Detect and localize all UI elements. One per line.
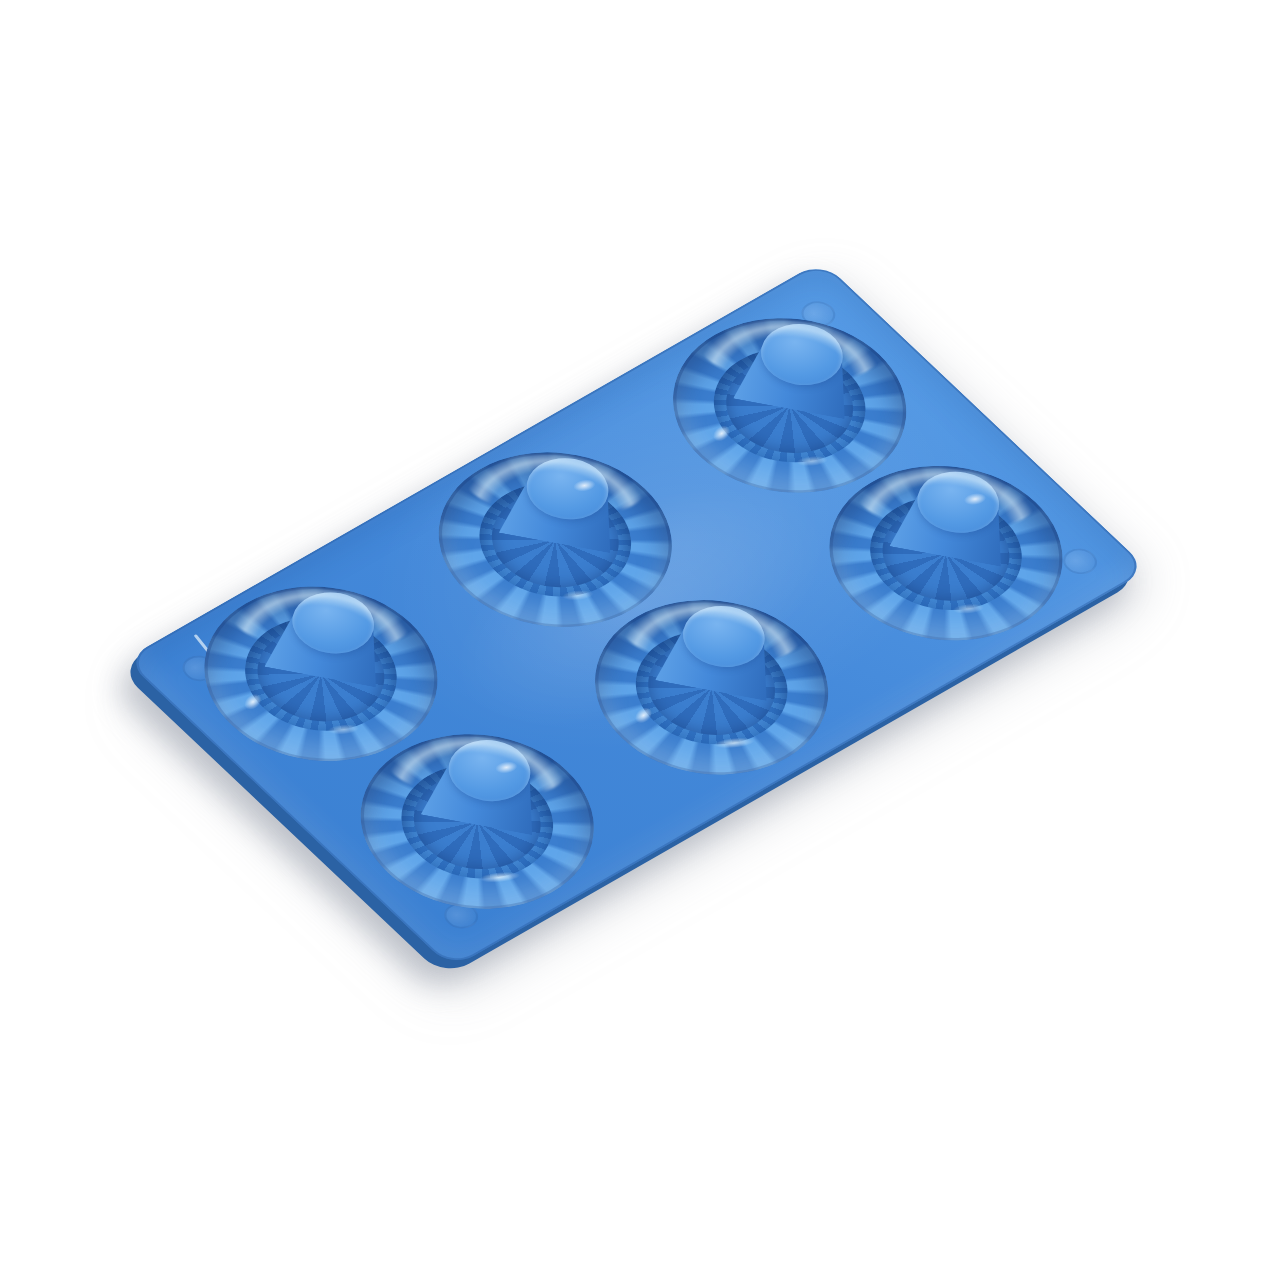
product-photo — [0, 0, 1280, 1280]
mold-tray — [125, 260, 1149, 968]
mold-tray-wrapper — [0, 0, 1280, 1280]
mold-injection-mark — [1056, 544, 1104, 580]
